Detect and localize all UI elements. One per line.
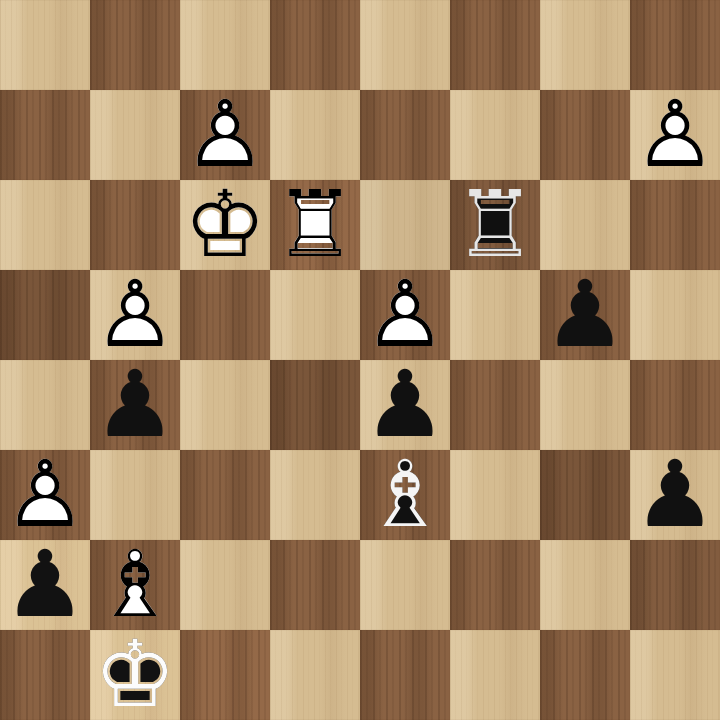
square-b6[interactable] [90, 180, 180, 270]
square-d1[interactable] [270, 630, 360, 720]
square-f3[interactable] [450, 450, 540, 540]
square-a1[interactable] [0, 630, 90, 720]
square-e3[interactable]: ♝♗ [360, 450, 450, 540]
square-g6[interactable] [540, 180, 630, 270]
king-outline-icon: ♔ [90, 630, 180, 720]
white-pawn[interactable]: ♟♙ [0, 450, 90, 540]
pawn-outline-icon: ♙ [90, 270, 180, 360]
pawn-icon: ♟ [630, 90, 720, 180]
square-g5[interactable]: ♟ [540, 270, 630, 360]
pawn-icon: ♟ [540, 270, 630, 360]
square-e8[interactable] [360, 0, 450, 90]
square-c7[interactable]: ♟♙ [180, 90, 270, 180]
pawn-outline-icon: ♙ [0, 450, 90, 540]
square-a2[interactable]: ♟ [0, 540, 90, 630]
square-g1[interactable] [540, 630, 630, 720]
square-a4[interactable] [0, 360, 90, 450]
black-pawn[interactable]: ♟ [90, 360, 180, 450]
square-a8[interactable] [0, 0, 90, 90]
square-c4[interactable] [180, 360, 270, 450]
square-g2[interactable] [540, 540, 630, 630]
bishop-icon: ♝ [90, 540, 180, 630]
pawn-icon: ♟ [630, 450, 720, 540]
square-g4[interactable] [540, 360, 630, 450]
square-h8[interactable] [630, 0, 720, 90]
bishop-icon: ♝ [360, 450, 450, 540]
square-f6[interactable]: ♜♖ [450, 180, 540, 270]
square-a5[interactable] [0, 270, 90, 360]
square-e2[interactable] [360, 540, 450, 630]
square-g3[interactable] [540, 450, 630, 540]
white-bishop[interactable]: ♝♗ [90, 540, 180, 630]
square-f4[interactable] [450, 360, 540, 450]
square-h2[interactable] [630, 540, 720, 630]
pawn-outline-icon: ♙ [180, 90, 270, 180]
bishop-outline-icon: ♗ [90, 540, 180, 630]
rook-icon: ♜ [270, 180, 360, 270]
rook-outline-icon: ♖ [450, 180, 540, 270]
square-c6[interactable]: ♚♔ [180, 180, 270, 270]
square-e5[interactable]: ♟♙ [360, 270, 450, 360]
white-pawn[interactable]: ♟♙ [630, 90, 720, 180]
pawn-outline-icon: ♙ [360, 270, 450, 360]
pawn-icon: ♟ [360, 270, 450, 360]
square-c5[interactable] [180, 270, 270, 360]
square-c1[interactable] [180, 630, 270, 720]
square-d8[interactable] [270, 0, 360, 90]
square-h4[interactable] [630, 360, 720, 450]
square-a7[interactable] [0, 90, 90, 180]
square-d4[interactable] [270, 360, 360, 450]
square-a6[interactable] [0, 180, 90, 270]
square-b1[interactable]: ♚♔ [90, 630, 180, 720]
square-g8[interactable] [540, 0, 630, 90]
square-d7[interactable] [270, 90, 360, 180]
square-g7[interactable] [540, 90, 630, 180]
square-f8[interactable] [450, 0, 540, 90]
square-b5[interactable]: ♟♙ [90, 270, 180, 360]
square-h7[interactable]: ♟♙ [630, 90, 720, 180]
square-d5[interactable] [270, 270, 360, 360]
square-f7[interactable] [450, 90, 540, 180]
pawn-icon: ♟ [0, 540, 90, 630]
white-pawn[interactable]: ♟♙ [180, 90, 270, 180]
square-b2[interactable]: ♝♗ [90, 540, 180, 630]
square-c8[interactable] [180, 0, 270, 90]
rook-outline-icon: ♖ [270, 180, 360, 270]
black-pawn[interactable]: ♟ [540, 270, 630, 360]
white-king[interactable]: ♚♔ [180, 180, 270, 270]
square-b4[interactable]: ♟ [90, 360, 180, 450]
king-icon: ♚ [180, 180, 270, 270]
king-icon: ♚ [90, 630, 180, 720]
square-e7[interactable] [360, 90, 450, 180]
square-b3[interactable] [90, 450, 180, 540]
pawn-icon: ♟ [90, 360, 180, 450]
square-d3[interactable] [270, 450, 360, 540]
square-b8[interactable] [90, 0, 180, 90]
bishop-outline-icon: ♗ [360, 450, 450, 540]
square-d2[interactable] [270, 540, 360, 630]
pawn-icon: ♟ [360, 360, 450, 450]
square-f1[interactable] [450, 630, 540, 720]
square-h3[interactable]: ♟ [630, 450, 720, 540]
black-pawn[interactable]: ♟ [0, 540, 90, 630]
rook-icon: ♜ [450, 180, 540, 270]
square-h1[interactable] [630, 630, 720, 720]
square-f5[interactable] [450, 270, 540, 360]
square-c3[interactable] [180, 450, 270, 540]
white-pawn[interactable]: ♟♙ [360, 270, 450, 360]
square-c2[interactable] [180, 540, 270, 630]
square-a3[interactable]: ♟♙ [0, 450, 90, 540]
square-b7[interactable] [90, 90, 180, 180]
square-h6[interactable] [630, 180, 720, 270]
square-e1[interactable] [360, 630, 450, 720]
black-pawn[interactable]: ♟ [360, 360, 450, 450]
black-rook[interactable]: ♜♖ [450, 180, 540, 270]
square-e4[interactable]: ♟ [360, 360, 450, 450]
screenshot-root: ♟♙♟♙♚♔♜♖♜♖♟♙♟♙♟♟♟♟♙♝♗♟♟♝♗♚♔ [0, 0, 720, 720]
white-pawn[interactable]: ♟♙ [90, 270, 180, 360]
white-rook[interactable]: ♜♖ [270, 180, 360, 270]
black-pawn[interactable]: ♟ [630, 450, 720, 540]
black-king[interactable]: ♚♔ [90, 630, 180, 720]
black-bishop[interactable]: ♝♗ [360, 450, 450, 540]
king-outline-icon: ♔ [180, 180, 270, 270]
square-d6[interactable]: ♜♖ [270, 180, 360, 270]
square-e6[interactable] [360, 180, 450, 270]
square-f2[interactable] [450, 540, 540, 630]
pawn-icon: ♟ [0, 450, 90, 540]
square-h5[interactable] [630, 270, 720, 360]
pawn-icon: ♟ [90, 270, 180, 360]
pawn-outline-icon: ♙ [630, 90, 720, 180]
chess-board: ♟♙♟♙♚♔♜♖♜♖♟♙♟♙♟♟♟♟♙♝♗♟♟♝♗♚♔ [0, 0, 720, 720]
pawn-icon: ♟ [180, 90, 270, 180]
